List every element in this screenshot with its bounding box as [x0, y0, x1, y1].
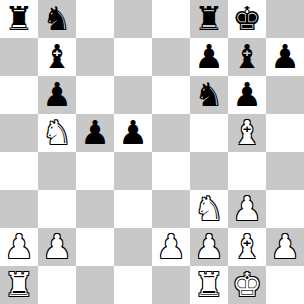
black-pawn-icon: ♟	[42, 78, 72, 111]
square-a4[interactable]	[0, 152, 38, 190]
square-d3[interactable]	[114, 190, 152, 228]
square-b4[interactable]	[38, 152, 76, 190]
black-bishop-icon: ♝	[232, 40, 262, 73]
square-h4[interactable]	[266, 152, 304, 190]
square-h5[interactable]	[266, 114, 304, 152]
square-a2[interactable]: ♟	[0, 228, 38, 266]
square-g1[interactable]: ♚	[228, 266, 266, 304]
white-pawn-icon: ♟	[270, 230, 300, 263]
black-rook-icon: ♜	[194, 2, 224, 35]
square-b5[interactable]: ♞	[38, 114, 76, 152]
square-c8[interactable]	[76, 0, 114, 38]
square-g3[interactable]: ♟	[228, 190, 266, 228]
square-b2[interactable]: ♟	[38, 228, 76, 266]
black-pawn-icon: ♟	[118, 116, 148, 149]
square-c6[interactable]	[76, 76, 114, 114]
black-bishop-icon: ♝	[42, 40, 72, 73]
black-pawn-icon: ♟	[194, 40, 224, 73]
square-e3[interactable]	[152, 190, 190, 228]
square-h1[interactable]	[266, 266, 304, 304]
white-knight-icon: ♞	[194, 192, 224, 225]
black-pawn-icon: ♟	[232, 78, 262, 111]
square-a6[interactable]	[0, 76, 38, 114]
square-h7[interactable]: ♟	[266, 38, 304, 76]
square-d2[interactable]	[114, 228, 152, 266]
square-d4[interactable]	[114, 152, 152, 190]
square-c7[interactable]	[76, 38, 114, 76]
square-h8[interactable]	[266, 0, 304, 38]
square-g8[interactable]: ♚	[228, 0, 266, 38]
square-d5[interactable]: ♟	[114, 114, 152, 152]
black-knight-icon: ♞	[194, 78, 224, 111]
square-f5[interactable]	[190, 114, 228, 152]
chess-board: ♜♞♜♚♝♟♝♟♟♞♟♞♟♟♝♞♟♟♟♟♟♝♟♜♜♚	[0, 0, 304, 304]
square-b6[interactable]: ♟	[38, 76, 76, 114]
square-e4[interactable]	[152, 152, 190, 190]
square-c4[interactable]	[76, 152, 114, 190]
square-f4[interactable]	[190, 152, 228, 190]
square-h3[interactable]	[266, 190, 304, 228]
square-g7[interactable]: ♝	[228, 38, 266, 76]
square-b7[interactable]: ♝	[38, 38, 76, 76]
white-rook-icon: ♜	[4, 268, 34, 301]
square-h2[interactable]: ♟	[266, 228, 304, 266]
square-a5[interactable]	[0, 114, 38, 152]
square-f3[interactable]: ♞	[190, 190, 228, 228]
white-pawn-icon: ♟	[156, 230, 186, 263]
black-king-icon: ♚	[232, 2, 262, 35]
square-e6[interactable]	[152, 76, 190, 114]
square-e7[interactable]	[152, 38, 190, 76]
black-knight-icon: ♞	[42, 2, 72, 35]
square-e2[interactable]: ♟	[152, 228, 190, 266]
square-g5[interactable]: ♝	[228, 114, 266, 152]
square-a8[interactable]: ♜	[0, 0, 38, 38]
white-bishop-icon: ♝	[232, 116, 262, 149]
square-c3[interactable]	[76, 190, 114, 228]
square-g2[interactable]: ♝	[228, 228, 266, 266]
white-pawn-icon: ♟	[42, 230, 72, 263]
square-b8[interactable]: ♞	[38, 0, 76, 38]
white-king-icon: ♚	[232, 268, 262, 301]
square-d8[interactable]	[114, 0, 152, 38]
square-f2[interactable]: ♟	[190, 228, 228, 266]
square-h6[interactable]	[266, 76, 304, 114]
square-c1[interactable]	[76, 266, 114, 304]
black-rook-icon: ♜	[4, 2, 34, 35]
square-e5[interactable]	[152, 114, 190, 152]
white-pawn-icon: ♟	[194, 230, 224, 263]
square-c2[interactable]	[76, 228, 114, 266]
square-d7[interactable]	[114, 38, 152, 76]
square-e8[interactable]	[152, 0, 190, 38]
square-f1[interactable]: ♜	[190, 266, 228, 304]
square-d6[interactable]	[114, 76, 152, 114]
square-f7[interactable]: ♟	[190, 38, 228, 76]
square-d1[interactable]	[114, 266, 152, 304]
square-a1[interactable]: ♜	[0, 266, 38, 304]
square-a3[interactable]	[0, 190, 38, 228]
square-g4[interactable]	[228, 152, 266, 190]
square-g6[interactable]: ♟	[228, 76, 266, 114]
square-c5[interactable]: ♟	[76, 114, 114, 152]
square-e1[interactable]	[152, 266, 190, 304]
square-b3[interactable]	[38, 190, 76, 228]
black-pawn-icon: ♟	[270, 40, 300, 73]
black-pawn-icon: ♟	[80, 116, 110, 149]
square-b1[interactable]	[38, 266, 76, 304]
square-f8[interactable]: ♜	[190, 0, 228, 38]
square-a7[interactable]	[0, 38, 38, 76]
white-rook-icon: ♜	[194, 268, 224, 301]
white-knight-icon: ♞	[42, 116, 72, 149]
white-pawn-icon: ♟	[4, 230, 34, 263]
white-pawn-icon: ♟	[232, 192, 262, 225]
white-bishop-icon: ♝	[232, 230, 262, 263]
square-f6[interactable]: ♞	[190, 76, 228, 114]
